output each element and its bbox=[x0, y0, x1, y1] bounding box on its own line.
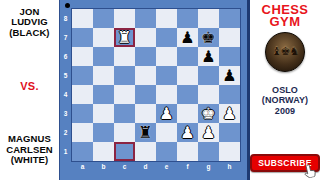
file-label-a: a bbox=[72, 163, 93, 170]
square-h5: ♟ bbox=[219, 66, 240, 85]
vs-label: VS. bbox=[20, 80, 38, 92]
square-a3 bbox=[72, 104, 93, 123]
black-pawn-piece: ♟ bbox=[201, 49, 215, 65]
square-g3: ♚ bbox=[198, 104, 219, 123]
subscribe-button[interactable]: SUBSCRIBE bbox=[250, 154, 320, 173]
square-f1 bbox=[177, 142, 198, 161]
square-e4 bbox=[156, 85, 177, 104]
rank-label-5: 5 bbox=[60, 72, 71, 79]
square-b1 bbox=[93, 142, 114, 161]
file-label-g: g bbox=[198, 163, 219, 170]
square-d4 bbox=[135, 85, 156, 104]
chess-pieces-icon: ♝♚♞ bbox=[272, 45, 299, 58]
chess-board: ♜♟♚♟♟♟♚♟♜♟♟ 87654321 abcdefgh bbox=[59, 0, 247, 180]
square-g1 bbox=[198, 142, 219, 161]
square-b7 bbox=[93, 28, 114, 47]
square-d3 bbox=[135, 104, 156, 123]
rank-label-3: 3 bbox=[60, 110, 71, 117]
rank-label-2: 2 bbox=[60, 129, 71, 136]
square-h7 bbox=[219, 28, 240, 47]
square-d7 bbox=[135, 28, 156, 47]
white-pawn-piece: ♟ bbox=[159, 106, 173, 122]
square-c5 bbox=[114, 66, 135, 85]
square-a6 bbox=[72, 47, 93, 66]
rank-label-8: 8 bbox=[60, 15, 71, 22]
file-label-b: b bbox=[93, 163, 114, 170]
square-e2 bbox=[156, 123, 177, 142]
square-e3: ♟ bbox=[156, 104, 177, 123]
square-a4 bbox=[72, 85, 93, 104]
rank-label-6: 6 bbox=[60, 53, 71, 60]
black-king-piece: ♚ bbox=[201, 30, 215, 46]
square-b3 bbox=[93, 104, 114, 123]
square-a1 bbox=[72, 142, 93, 161]
square-f2: ♟ bbox=[177, 123, 198, 142]
square-b6 bbox=[93, 47, 114, 66]
square-f8 bbox=[177, 9, 198, 28]
square-a2 bbox=[72, 123, 93, 142]
file-label-c: c bbox=[114, 163, 135, 170]
rank-label-4: 4 bbox=[60, 91, 71, 98]
square-f4 bbox=[177, 85, 198, 104]
black-rook-piece: ♜ bbox=[138, 125, 152, 141]
white-rook-piece: ♜ bbox=[117, 30, 131, 46]
square-c1 bbox=[114, 142, 135, 161]
white-player-name: MAGNUS CARLSEN (WHITE) bbox=[6, 134, 53, 165]
black-pawn-piece: ♟ bbox=[222, 68, 236, 84]
square-g4 bbox=[198, 85, 219, 104]
file-label-f: f bbox=[177, 163, 198, 170]
channel-logo: ♝♚♞ bbox=[265, 32, 305, 72]
white-pawn-piece: ♟ bbox=[180, 125, 194, 141]
square-c2 bbox=[114, 123, 135, 142]
channel-brand: CHESS GYM bbox=[262, 4, 309, 29]
black-player-name: JON LUDVIG (BLACK) bbox=[9, 7, 49, 38]
thumbnail-stage: JON LUDVIG (BLACK) VS. MAGNUS CARLSEN (W… bbox=[0, 0, 320, 180]
file-label-e: e bbox=[156, 163, 177, 170]
square-d5 bbox=[135, 66, 156, 85]
event-info: OSLO (NORWAY) 2009 bbox=[262, 85, 308, 117]
players-panel: JON LUDVIG (BLACK) VS. MAGNUS CARLSEN (W… bbox=[0, 0, 59, 180]
event-line-3: 2009 bbox=[262, 106, 308, 117]
square-g2: ♟ bbox=[198, 123, 219, 142]
square-e1 bbox=[156, 142, 177, 161]
square-g5 bbox=[198, 66, 219, 85]
white-player-line-1: MAGNUS bbox=[8, 134, 51, 144]
square-f6 bbox=[177, 47, 198, 66]
black-to-move-indicator bbox=[65, 3, 70, 8]
square-h1 bbox=[219, 142, 240, 161]
event-line-2: (NORWAY) bbox=[262, 95, 308, 106]
square-d8 bbox=[135, 9, 156, 28]
square-d1 bbox=[135, 142, 156, 161]
square-e5 bbox=[156, 66, 177, 85]
black-pawn-piece: ♟ bbox=[180, 30, 194, 46]
file-label-h: h bbox=[219, 163, 240, 170]
square-a5 bbox=[72, 66, 93, 85]
square-b2 bbox=[93, 123, 114, 142]
file-label-d: d bbox=[135, 163, 156, 170]
square-h2 bbox=[219, 123, 240, 142]
square-c8 bbox=[114, 9, 135, 28]
square-c6 bbox=[114, 47, 135, 66]
square-g6: ♟ bbox=[198, 47, 219, 66]
square-b4 bbox=[93, 85, 114, 104]
brand-line-2: GYM bbox=[262, 16, 309, 28]
white-pawn-piece: ♟ bbox=[201, 125, 215, 141]
square-e8 bbox=[156, 9, 177, 28]
black-player-line-3: (BLACK) bbox=[9, 28, 49, 38]
hand-cursor-icon bbox=[301, 163, 318, 180]
square-h4 bbox=[219, 85, 240, 104]
white-pawn-piece: ♟ bbox=[222, 106, 236, 122]
event-line-1: OSLO bbox=[262, 85, 308, 96]
square-f3 bbox=[177, 104, 198, 123]
square-g8 bbox=[198, 9, 219, 28]
square-h8 bbox=[219, 9, 240, 28]
rank-label-1: 1 bbox=[60, 148, 71, 155]
square-c4 bbox=[114, 85, 135, 104]
square-h3: ♟ bbox=[219, 104, 240, 123]
rank-label-7: 7 bbox=[60, 34, 71, 41]
square-e6 bbox=[156, 47, 177, 66]
white-king-piece: ♚ bbox=[201, 106, 215, 122]
square-g7: ♚ bbox=[198, 28, 219, 47]
square-d6 bbox=[135, 47, 156, 66]
white-player-line-3: (WHITE) bbox=[11, 155, 49, 165]
branding-panel: CHESS GYM ♝♚♞ OSLO (NORWAY) 2009 SUBSCRI… bbox=[250, 0, 320, 180]
square-f5 bbox=[177, 66, 198, 85]
square-h6 bbox=[219, 47, 240, 66]
square-d2: ♜ bbox=[135, 123, 156, 142]
black-player-line-2: LUDVIG bbox=[11, 17, 48, 27]
square-b8 bbox=[93, 9, 114, 28]
square-f7: ♟ bbox=[177, 28, 198, 47]
square-c3 bbox=[114, 104, 135, 123]
square-b5 bbox=[93, 66, 114, 85]
square-a7 bbox=[72, 28, 93, 47]
square-c7: ♜ bbox=[114, 28, 135, 47]
square-e7 bbox=[156, 28, 177, 47]
square-a8 bbox=[72, 9, 93, 28]
board-squares: ♜♟♚♟♟♟♚♟♜♟♟ bbox=[72, 9, 240, 161]
